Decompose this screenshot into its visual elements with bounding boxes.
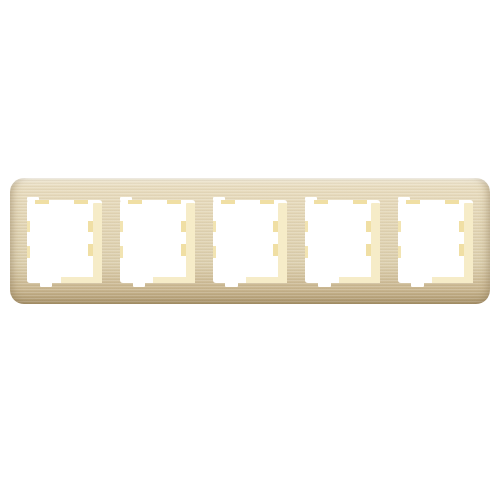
- aperture-clip-tab-lower: [273, 244, 278, 255]
- aperture-clip-tab-upper: [181, 221, 186, 232]
- aperture-top-tab-left: [35, 200, 49, 204]
- aperture-clip-tab-lower: [88, 244, 93, 255]
- aperture-left-tab-lower: [27, 246, 30, 258]
- aperture-left-tab-lower: [305, 246, 308, 258]
- aperture-inner-lip-right: [371, 203, 380, 278]
- aperture-top-tab-left: [314, 200, 328, 204]
- frame-aperture: [305, 200, 380, 283]
- aperture-top-tab-right: [260, 200, 274, 204]
- aperture-bottom-step: [40, 282, 53, 287]
- aperture-clip-tab-lower: [459, 244, 464, 255]
- aperture-left-tab-upper: [305, 221, 308, 233]
- aperture-left-tab-lower: [398, 246, 401, 258]
- aperture-clip-tab-upper: [88, 221, 93, 232]
- aperture-left-tab-upper: [213, 221, 216, 233]
- aperture-inner-lip-bottom: [153, 277, 194, 283]
- aperture-left-tab-upper: [398, 221, 401, 233]
- aperture-inner-lip-right: [464, 203, 473, 278]
- aperture-inner-lip-bottom: [61, 277, 102, 283]
- aperture-clip-tab-upper: [366, 221, 371, 232]
- frame-aperture: [27, 200, 102, 283]
- aperture-row: [27, 200, 473, 283]
- aperture-inner-lip-right: [278, 203, 287, 278]
- aperture-top-tab-right: [74, 200, 88, 204]
- aperture-clip-tab-upper: [459, 221, 464, 232]
- frame-aperture: [120, 200, 195, 283]
- aperture-clip-tab-lower: [181, 244, 186, 255]
- aperture-top-tab-left: [221, 200, 235, 204]
- aperture-inner-lip-bottom: [432, 277, 473, 283]
- aperture-left-tab-upper: [120, 221, 123, 233]
- aperture-top-tab-left: [406, 200, 420, 204]
- frame-aperture: [398, 200, 473, 283]
- aperture-inner-lip-right: [186, 203, 195, 278]
- aperture-inner-lip-right: [93, 203, 102, 278]
- aperture-bottom-step: [318, 282, 331, 287]
- aperture-top-tab-right: [445, 200, 459, 204]
- aperture-left-tab-lower: [213, 246, 216, 258]
- aperture-left-tab-lower: [120, 246, 123, 258]
- aperture-top-tab-left: [128, 200, 142, 204]
- aperture-inner-lip-bottom: [339, 277, 380, 283]
- frame-aperture: [213, 200, 288, 283]
- aperture-left-tab-upper: [27, 221, 30, 233]
- aperture-bottom-step: [411, 282, 424, 287]
- aperture-inner-lip-bottom: [246, 277, 287, 283]
- wall-frame: [10, 178, 490, 304]
- aperture-top-tab-right: [353, 200, 367, 204]
- aperture-clip-tab-upper: [273, 221, 278, 232]
- product-photo: [0, 0, 500, 500]
- aperture-top-tab-right: [167, 200, 181, 204]
- aperture-bottom-step: [133, 282, 146, 287]
- aperture-clip-tab-lower: [366, 244, 371, 255]
- aperture-bottom-step: [225, 282, 238, 287]
